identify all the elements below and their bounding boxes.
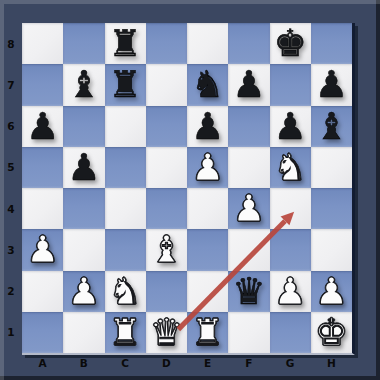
- piece-white-rook[interactable]: ♜: [191, 314, 224, 351]
- square-c1[interactable]: ♜: [105, 312, 146, 353]
- square-g3[interactable]: [270, 229, 311, 270]
- square-e2[interactable]: [187, 271, 228, 312]
- square-e5[interactable]: ♟: [187, 147, 228, 188]
- square-e4[interactable]: [187, 188, 228, 229]
- square-g5[interactable]: ♞: [270, 147, 311, 188]
- square-b7[interactable]: ♝: [63, 64, 104, 105]
- piece-black-pawn[interactable]: ♟: [191, 108, 224, 145]
- piece-black-bishop[interactable]: ♝: [67, 66, 100, 103]
- square-b4[interactable]: [63, 188, 104, 229]
- square-c8[interactable]: ♜: [105, 23, 146, 64]
- square-a2[interactable]: [22, 271, 63, 312]
- piece-white-pawn[interactable]: ♟: [274, 273, 307, 310]
- square-h5[interactable]: [311, 147, 352, 188]
- square-a4[interactable]: [22, 188, 63, 229]
- square-b2[interactable]: ♟: [63, 271, 104, 312]
- square-e6[interactable]: ♟: [187, 106, 228, 147]
- square-h1[interactable]: ♚: [311, 312, 352, 353]
- square-f7[interactable]: ♟: [228, 64, 269, 105]
- square-b8[interactable]: [63, 23, 104, 64]
- piece-black-pawn[interactable]: ♟: [67, 149, 100, 186]
- square-c6[interactable]: [105, 106, 146, 147]
- square-c2[interactable]: ♞: [105, 271, 146, 312]
- rank-label-2: 2: [0, 271, 22, 312]
- square-a8[interactable]: [22, 23, 63, 64]
- square-f6[interactable]: [228, 106, 269, 147]
- piece-white-pawn[interactable]: ♟: [232, 190, 265, 227]
- rank-label-8: 8: [0, 23, 22, 64]
- square-h2[interactable]: ♟: [311, 271, 352, 312]
- square-f1[interactable]: [228, 312, 269, 353]
- piece-white-queen[interactable]: ♛: [150, 314, 183, 351]
- square-b5[interactable]: ♟: [63, 147, 104, 188]
- square-e7[interactable]: ♞: [187, 64, 228, 105]
- rank-label-5: 5: [0, 147, 22, 188]
- piece-black-knight[interactable]: ♞: [191, 66, 224, 103]
- square-d8[interactable]: [146, 23, 187, 64]
- rank-label-4: 4: [0, 188, 22, 229]
- piece-white-pawn[interactable]: ♟: [191, 149, 224, 186]
- piece-black-rook[interactable]: ♜: [109, 66, 142, 103]
- board-frame: 87654321 ♜♚♝♜♞♟♟♟♟♟♝♟♟♞♟♟♝♟♞♛♟♟♜♛♜♚ ABCD…: [0, 0, 380, 380]
- square-b1[interactable]: [63, 312, 104, 353]
- square-g2[interactable]: ♟: [270, 271, 311, 312]
- square-e8[interactable]: [187, 23, 228, 64]
- piece-white-pawn[interactable]: ♟: [67, 273, 100, 310]
- file-label-c: C: [105, 356, 146, 370]
- piece-black-king[interactable]: ♚: [274, 25, 307, 62]
- file-labels: ABCDEFGH: [22, 356, 352, 370]
- square-d6[interactable]: [146, 106, 187, 147]
- square-a3[interactable]: ♟: [22, 229, 63, 270]
- chess-board[interactable]: ♜♚♝♜♞♟♟♟♟♟♝♟♟♞♟♟♝♟♞♛♟♟♜♛♜♚: [22, 23, 355, 355]
- piece-white-bishop[interactable]: ♝: [150, 231, 183, 268]
- square-g8[interactable]: ♚: [270, 23, 311, 64]
- file-label-h: H: [311, 356, 352, 370]
- piece-white-knight[interactable]: ♞: [109, 273, 142, 310]
- file-label-f: F: [228, 356, 269, 370]
- rank-label-6: 6: [0, 106, 22, 147]
- square-d2[interactable]: [146, 271, 187, 312]
- square-h7[interactable]: ♟: [311, 64, 352, 105]
- piece-black-queen[interactable]: ♛: [232, 273, 265, 310]
- piece-white-king[interactable]: ♚: [315, 314, 348, 351]
- rank-label-1: 1: [0, 312, 22, 353]
- square-f3[interactable]: [228, 229, 269, 270]
- square-h8[interactable]: [311, 23, 352, 64]
- square-c7[interactable]: ♜: [105, 64, 146, 105]
- square-f5[interactable]: [228, 147, 269, 188]
- square-a5[interactable]: [22, 147, 63, 188]
- square-h4[interactable]: [311, 188, 352, 229]
- square-b3[interactable]: [63, 229, 104, 270]
- square-f2[interactable]: ♛: [228, 271, 269, 312]
- square-a7[interactable]: [22, 64, 63, 105]
- square-d3[interactable]: ♝: [146, 229, 187, 270]
- square-d1[interactable]: ♛: [146, 312, 187, 353]
- piece-black-pawn[interactable]: ♟: [232, 66, 265, 103]
- square-d4[interactable]: [146, 188, 187, 229]
- square-a6[interactable]: ♟: [22, 106, 63, 147]
- rank-labels: 87654321: [0, 23, 22, 353]
- piece-black-bishop[interactable]: ♝: [315, 108, 348, 145]
- rank-label-7: 7: [0, 64, 22, 105]
- file-label-g: G: [270, 356, 311, 370]
- piece-white-pawn[interactable]: ♟: [26, 231, 59, 268]
- square-a1[interactable]: [22, 312, 63, 353]
- file-label-b: B: [63, 356, 104, 370]
- file-label-e: E: [187, 356, 228, 370]
- piece-black-rook[interactable]: ♜: [109, 25, 142, 62]
- piece-white-knight[interactable]: ♞: [274, 149, 307, 186]
- square-c4[interactable]: [105, 188, 146, 229]
- square-c5[interactable]: [105, 147, 146, 188]
- piece-black-pawn[interactable]: ♟: [274, 108, 307, 145]
- square-d7[interactable]: [146, 64, 187, 105]
- piece-white-rook[interactable]: ♜: [109, 314, 142, 351]
- square-g7[interactable]: [270, 64, 311, 105]
- file-label-d: D: [146, 356, 187, 370]
- square-e1[interactable]: ♜: [187, 312, 228, 353]
- piece-black-pawn[interactable]: ♟: [26, 108, 59, 145]
- rank-label-3: 3: [0, 229, 22, 270]
- piece-white-pawn[interactable]: ♟: [315, 273, 348, 310]
- square-f4[interactable]: ♟: [228, 188, 269, 229]
- piece-black-pawn[interactable]: ♟: [315, 66, 348, 103]
- file-label-a: A: [22, 356, 63, 370]
- square-h3[interactable]: [311, 229, 352, 270]
- square-g6[interactable]: ♟: [270, 106, 311, 147]
- square-g1[interactable]: [270, 312, 311, 353]
- square-f8[interactable]: [228, 23, 269, 64]
- square-d5[interactable]: [146, 147, 187, 188]
- square-e3[interactable]: [187, 229, 228, 270]
- square-b6[interactable]: [63, 106, 104, 147]
- square-g4[interactable]: [270, 188, 311, 229]
- square-h6[interactable]: ♝: [311, 106, 352, 147]
- square-c3[interactable]: [105, 229, 146, 270]
